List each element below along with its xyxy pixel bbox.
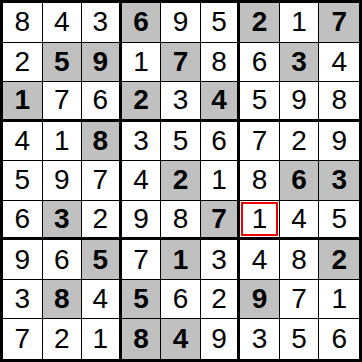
cell-r5c2[interactable]: 9: [43, 161, 83, 201]
cell-r3c5[interactable]: 3: [161, 82, 201, 122]
cell-r7c4[interactable]: 7: [122, 240, 162, 280]
cell-r7c1[interactable]: 9: [3, 240, 43, 280]
cell-r9c4[interactable]: 8: [122, 319, 162, 359]
cell-r6c7[interactable]: 1: [240, 201, 280, 241]
cell-r9c6[interactable]: 9: [201, 319, 241, 359]
cell-r8c2[interactable]: 8: [43, 280, 83, 320]
cell-r4c8[interactable]: 2: [280, 122, 320, 162]
cell-r4c1[interactable]: 4: [3, 122, 43, 162]
cell-r2c4[interactable]: 1: [122, 43, 162, 83]
cell-r8c5[interactable]: 6: [161, 280, 201, 320]
cell-r3c6[interactable]: 4: [201, 82, 241, 122]
cell-r7c8[interactable]: 8: [280, 240, 320, 280]
cell-r2c9[interactable]: 4: [319, 43, 359, 83]
cell-r3c4[interactable]: 2: [122, 82, 162, 122]
cell-r9c9[interactable]: 6: [319, 319, 359, 359]
cell-r1c6[interactable]: 5: [201, 3, 241, 43]
cell-r7c3[interactable]: 5: [82, 240, 122, 280]
cell-r3c9[interactable]: 8: [319, 82, 359, 122]
cell-r5c5[interactable]: 2: [161, 161, 201, 201]
cell-r1c3[interactable]: 3: [82, 3, 122, 43]
cell-r3c2[interactable]: 7: [43, 82, 83, 122]
cell-r8c3[interactable]: 4: [82, 280, 122, 320]
cell-r9c7[interactable]: 3: [240, 319, 280, 359]
cell-r5c1[interactable]: 5: [3, 161, 43, 201]
cell-r6c5[interactable]: 8: [161, 201, 201, 241]
cell-r4c9[interactable]: 9: [319, 122, 359, 162]
cell-r9c3[interactable]: 1: [82, 319, 122, 359]
cell-r2c6[interactable]: 8: [201, 43, 241, 83]
cell-r6c9[interactable]: 5: [319, 201, 359, 241]
cell-r2c2[interactable]: 5: [43, 43, 83, 83]
cell-r8c1[interactable]: 3: [3, 280, 43, 320]
cell-r7c7[interactable]: 4: [240, 240, 280, 280]
cell-r3c7[interactable]: 5: [240, 82, 280, 122]
cell-r4c5[interactable]: 5: [161, 122, 201, 162]
cell-r6c8[interactable]: 4: [280, 201, 320, 241]
cell-r9c1[interactable]: 7: [3, 319, 43, 359]
cell-r1c4[interactable]: 6: [122, 3, 162, 43]
cell-r4c3[interactable]: 8: [82, 122, 122, 162]
cell-r6c2[interactable]: 3: [43, 201, 83, 241]
cell-r3c1[interactable]: 1: [3, 82, 43, 122]
cell-r2c1[interactable]: 2: [3, 43, 43, 83]
cell-r1c8[interactable]: 1: [280, 3, 320, 43]
cell-r7c2[interactable]: 6: [43, 240, 83, 280]
cell-r8c7[interactable]: 9: [240, 280, 280, 320]
cell-r5c6[interactable]: 1: [201, 161, 241, 201]
cell-r6c3[interactable]: 2: [82, 201, 122, 241]
cell-r5c7[interactable]: 8: [240, 161, 280, 201]
cell-r4c7[interactable]: 7: [240, 122, 280, 162]
cell-r5c9[interactable]: 3: [319, 161, 359, 201]
cell-r5c4[interactable]: 4: [122, 161, 162, 201]
cell-r1c7[interactable]: 2: [240, 3, 280, 43]
cell-r5c8[interactable]: 6: [280, 161, 320, 201]
cell-r3c3[interactable]: 6: [82, 82, 122, 122]
cell-r2c5[interactable]: 7: [161, 43, 201, 83]
cell-r6c6[interactable]: 7: [201, 201, 241, 241]
cell-r7c9[interactable]: 2: [319, 240, 359, 280]
cell-r2c8[interactable]: 3: [280, 43, 320, 83]
cell-r3c8[interactable]: 9: [280, 82, 320, 122]
cell-r9c5[interactable]: 4: [161, 319, 201, 359]
cell-r2c7[interactable]: 6: [240, 43, 280, 83]
cell-r8c6[interactable]: 2: [201, 280, 241, 320]
cell-r1c1[interactable]: 8: [3, 3, 43, 43]
cell-r8c8[interactable]: 7: [280, 280, 320, 320]
cell-r7c5[interactable]: 1: [161, 240, 201, 280]
cell-r6c1[interactable]: 6: [3, 201, 43, 241]
cell-r8c9[interactable]: 1: [319, 280, 359, 320]
cell-r8c4[interactable]: 5: [122, 280, 162, 320]
cell-r9c2[interactable]: 2: [43, 319, 83, 359]
cell-r6c4[interactable]: 9: [122, 201, 162, 241]
cell-r1c2[interactable]: 4: [43, 3, 83, 43]
cell-r4c2[interactable]: 1: [43, 122, 83, 162]
cell-r7c6[interactable]: 3: [201, 240, 241, 280]
cell-r2c3[interactable]: 9: [82, 43, 122, 83]
cell-r1c9[interactable]: 7: [319, 3, 359, 43]
cell-r1c5[interactable]: 9: [161, 3, 201, 43]
cell-r5c3[interactable]: 7: [82, 161, 122, 201]
cell-r4c6[interactable]: 6: [201, 122, 241, 162]
sudoku-board: 8436952172591786341762345984183567295974…: [0, 0, 362, 362]
cell-r9c8[interactable]: 5: [280, 319, 320, 359]
cell-r4c4[interactable]: 3: [122, 122, 162, 162]
